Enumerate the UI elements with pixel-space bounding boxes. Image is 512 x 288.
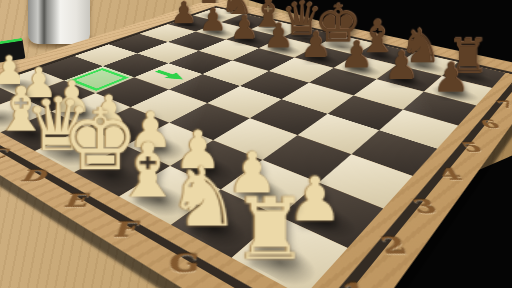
square-h1[interactable]: ♜ [232,216,348,288]
chess-scene: ♜♞♝♛♚♝♞♜♟♟♟♟♟♟♟♟♟♟♟♟♟♟♟♟♜♞♝♛♚♝♞♜ ABCDEFG… [0,0,512,288]
move-hint-arrow [151,68,189,82]
piece-black-pawn[interactable]: ♟ [409,58,493,97]
piece-white-rook[interactable]: ♜ [200,191,340,272]
coffee-mug [28,0,90,44]
